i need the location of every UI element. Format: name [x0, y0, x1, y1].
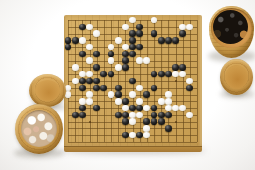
grid-line-horizontal: [68, 128, 197, 129]
black-stone: [136, 132, 143, 138]
black-stone: [93, 78, 100, 84]
black-stone: [79, 112, 86, 118]
black-stone: [136, 44, 143, 50]
black-stone: [129, 37, 136, 43]
white-stone: [165, 91, 172, 97]
white-stone-bowl: [15, 104, 63, 154]
white-stone: [122, 24, 129, 30]
white-stone: [129, 118, 136, 124]
white-stone: [86, 24, 93, 30]
black-stone: [115, 112, 122, 118]
white-stone: [165, 105, 172, 111]
black-stone: [151, 105, 158, 111]
white-stone: [86, 91, 93, 97]
white-stone: [108, 91, 115, 97]
black-stone: [122, 51, 129, 57]
black-stone: [122, 118, 129, 124]
white-stone: [108, 44, 115, 50]
black-stone: [151, 71, 158, 77]
black-stone: [129, 30, 136, 36]
white-stone: [122, 44, 129, 50]
black-stone: [129, 44, 136, 50]
black-stones-pile: [213, 10, 248, 44]
white-stone: [136, 112, 143, 118]
black-stone: [158, 37, 165, 43]
white-stone: [72, 78, 79, 84]
black-stone: [151, 30, 158, 36]
grid-line-vertical: [197, 20, 198, 142]
grid-line-horizontal: [68, 88, 197, 89]
white-stone: [136, 98, 143, 104]
black-stone: [122, 98, 129, 104]
black-stone: [93, 85, 100, 91]
white-stone: [179, 105, 186, 111]
black-stone: [79, 51, 86, 57]
black-stone: [165, 71, 172, 77]
grid-line-vertical: [140, 20, 141, 142]
white-stone: [143, 57, 150, 63]
black-stone: [172, 37, 179, 43]
white-stone: [86, 71, 93, 77]
white-stone: [115, 98, 122, 104]
black-stone: [136, 24, 143, 30]
black-stone: [100, 85, 107, 91]
white-stone: [86, 98, 93, 104]
go-board: [64, 15, 202, 146]
grid-line-horizontal: [68, 142, 197, 143]
black-stone: [65, 44, 72, 50]
black-stone: [165, 125, 172, 131]
black-stone: [136, 105, 143, 111]
black-stone: [115, 85, 122, 91]
grid-line-vertical: [183, 20, 184, 142]
black-stone: [100, 71, 107, 77]
white-stone: [186, 112, 193, 118]
black-stone: [72, 112, 79, 118]
black-stone: [79, 24, 86, 30]
black-bowl-lid-dish: [225, 65, 248, 89]
white-stone: [186, 24, 193, 30]
black-bowl-lid: [220, 59, 253, 95]
white-stone: [79, 71, 86, 77]
black-stone: [143, 91, 150, 97]
hoshi-point: [89, 121, 91, 123]
board-grid: [68, 20, 197, 142]
black-stone: [79, 78, 86, 84]
white-stone: [79, 98, 86, 104]
black-stone: [79, 85, 86, 91]
black-stone: [136, 30, 143, 36]
white-stone: [86, 44, 93, 50]
black-stone: [151, 85, 158, 91]
white-stone: [172, 71, 179, 77]
black-stone: [165, 37, 172, 43]
black-stone: [158, 71, 165, 77]
white-stone: [129, 132, 136, 138]
black-stone: [122, 112, 129, 118]
white-stone: [108, 57, 115, 63]
hoshi-point: [175, 80, 177, 82]
white-stone: [93, 30, 100, 36]
photo-scene: [0, 0, 255, 170]
black-stone: [158, 118, 165, 124]
white-stone: [136, 85, 143, 91]
white-stone: [143, 132, 150, 138]
black-stone: [122, 64, 129, 70]
black-stone: [165, 112, 172, 118]
white-bowl-lid-dish: [35, 80, 60, 101]
black-stone: [72, 37, 79, 43]
black-stone: [151, 118, 158, 124]
black-stone: [129, 78, 136, 84]
black-stone: [179, 64, 186, 70]
white-stone: [115, 64, 122, 70]
white-stone: [172, 105, 179, 111]
black-stone: [172, 64, 179, 70]
white-stone: [129, 17, 136, 23]
white-stone: [186, 78, 193, 84]
white-stone: [86, 57, 93, 63]
board-front-edge: [64, 146, 202, 152]
white-bowl-lid: [29, 74, 66, 107]
white-stone: [158, 98, 165, 104]
black-stone: [65, 37, 72, 43]
white-stone: [129, 112, 136, 118]
black-stone: [179, 30, 186, 36]
white-stone: [79, 37, 86, 43]
black-stone: [122, 132, 129, 138]
white-stone: [122, 105, 129, 111]
black-stone: [186, 85, 193, 91]
white-stone: [115, 37, 122, 43]
black-stone: [108, 71, 115, 77]
black-stone: [143, 118, 150, 124]
black-stone: [129, 105, 136, 111]
black-stone: [158, 112, 165, 118]
white-stone: [143, 125, 150, 131]
white-stone: [179, 71, 186, 77]
black-stone: [93, 64, 100, 70]
white-stones-pile: [21, 110, 57, 147]
white-stone: [179, 24, 186, 30]
black-stone: [79, 105, 86, 111]
black-stone: [86, 78, 93, 84]
black-stone: [93, 51, 100, 57]
black-stone: [115, 91, 122, 97]
black-stone: [151, 112, 158, 118]
white-stone: [136, 57, 143, 63]
white-stone: [143, 105, 150, 111]
black-bowl-opening: [211, 8, 252, 48]
black-stone: [108, 51, 115, 57]
black-stone: [129, 51, 136, 57]
black-stone-bowl: [209, 6, 254, 58]
white-stone: [72, 64, 79, 70]
white-stone: [151, 17, 158, 23]
white-stone: [129, 91, 136, 97]
black-stone: [122, 57, 129, 63]
black-stone: [93, 105, 100, 111]
hoshi-point: [175, 121, 177, 123]
white-stone: [165, 98, 172, 104]
